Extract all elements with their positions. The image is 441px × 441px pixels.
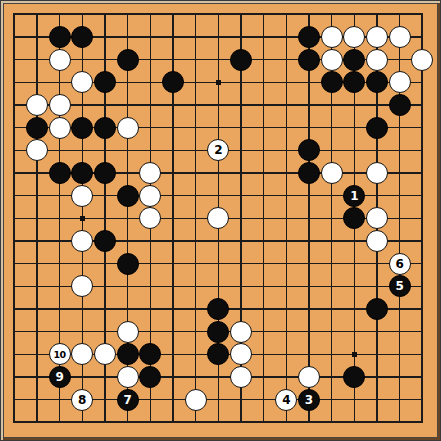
move-number-label: 5 — [396, 280, 404, 292]
white-stone[interactable] — [185, 389, 207, 411]
white-stone[interactable] — [389, 26, 411, 48]
black-stone-move-5[interactable]: 5 — [389, 275, 411, 297]
black-stone[interactable] — [298, 162, 320, 184]
grid-line-vertical — [263, 14, 264, 422]
black-stone[interactable] — [94, 162, 116, 184]
grid-line-vertical — [308, 14, 309, 422]
white-stone[interactable] — [321, 162, 343, 184]
white-stone[interactable] — [366, 49, 388, 71]
star-point — [216, 80, 221, 85]
white-stone[interactable] — [49, 49, 71, 71]
black-stone[interactable] — [298, 49, 320, 71]
black-stone[interactable] — [117, 343, 139, 365]
move-number-label: 7 — [123, 394, 131, 406]
white-stone-move-10[interactable]: 10 — [49, 343, 71, 365]
black-stone[interactable] — [366, 298, 388, 320]
grid-line-horizontal — [14, 263, 422, 264]
white-stone[interactable] — [117, 117, 139, 139]
move-number-label: 6 — [396, 258, 404, 270]
black-stone[interactable] — [26, 117, 48, 139]
white-stone[interactable] — [117, 321, 139, 343]
black-stone[interactable] — [366, 117, 388, 139]
white-stone-move-8[interactable]: 8 — [71, 389, 93, 411]
black-stone[interactable] — [49, 26, 71, 48]
white-stone[interactable] — [321, 49, 343, 71]
white-stone[interactable] — [411, 49, 433, 71]
black-stone[interactable] — [230, 49, 252, 71]
black-stone[interactable] — [117, 185, 139, 207]
black-stone[interactable] — [71, 117, 93, 139]
white-stone-move-6[interactable]: 6 — [389, 253, 411, 275]
black-stone[interactable] — [94, 117, 116, 139]
white-stone[interactable] — [366, 162, 388, 184]
grid-line-vertical — [286, 14, 287, 422]
move-number-label: 9 — [55, 371, 63, 383]
move-number-label: 8 — [78, 394, 86, 406]
white-stone[interactable] — [366, 26, 388, 48]
go-diagram: 21651098743 — [0, 0, 441, 441]
black-stone-move-3[interactable]: 3 — [298, 389, 320, 411]
go-board[interactable]: 21651098743 — [0, 0, 441, 441]
white-stone[interactable] — [139, 185, 161, 207]
black-stone[interactable] — [49, 162, 71, 184]
move-number-label: 10 — [54, 350, 66, 360]
move-number-label: 1 — [350, 190, 358, 202]
black-stone[interactable] — [343, 49, 365, 71]
black-stone[interactable] — [94, 230, 116, 252]
black-stone-move-1[interactable]: 1 — [343, 185, 365, 207]
white-stone[interactable] — [117, 366, 139, 388]
white-stone[interactable] — [389, 71, 411, 93]
black-stone[interactable] — [117, 253, 139, 275]
black-stone-move-7[interactable]: 7 — [117, 389, 139, 411]
black-stone-move-9[interactable]: 9 — [49, 366, 71, 388]
white-stone[interactable] — [321, 26, 343, 48]
black-stone[interactable] — [298, 26, 320, 48]
white-stone[interactable] — [230, 321, 252, 343]
star-point — [80, 216, 85, 221]
move-number-label: 3 — [305, 394, 313, 406]
black-stone[interactable] — [321, 71, 343, 93]
white-stone[interactable] — [230, 366, 252, 388]
white-stone[interactable] — [49, 94, 71, 116]
white-stone[interactable] — [26, 94, 48, 116]
white-stone[interactable] — [49, 117, 71, 139]
white-stone-move-4[interactable]: 4 — [275, 389, 297, 411]
black-stone[interactable] — [207, 321, 229, 343]
black-stone[interactable] — [389, 94, 411, 116]
star-point — [352, 352, 357, 357]
white-stone[interactable] — [366, 230, 388, 252]
white-stone[interactable] — [298, 366, 320, 388]
move-number-label: 4 — [282, 394, 290, 406]
move-number-label: 2 — [214, 144, 222, 156]
black-stone[interactable] — [117, 49, 139, 71]
white-stone[interactable] — [71, 185, 93, 207]
